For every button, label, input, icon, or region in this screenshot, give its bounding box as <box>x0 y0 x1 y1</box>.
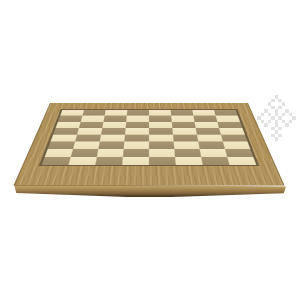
square-d4 <box>124 135 149 142</box>
square-a1 <box>42 157 71 165</box>
square-b2 <box>71 149 99 157</box>
square-d3 <box>124 142 149 149</box>
board-frame <box>13 103 284 185</box>
square-f1 <box>175 157 203 165</box>
square-a3 <box>48 142 75 149</box>
square-g2 <box>200 149 228 157</box>
square-f4 <box>173 135 198 142</box>
square-g4 <box>197 135 223 142</box>
square-a4 <box>50 135 77 142</box>
square-a2 <box>45 149 73 157</box>
square-d1 <box>122 157 149 165</box>
square-e1 <box>149 157 176 165</box>
square-b3 <box>73 142 100 149</box>
square-h2 <box>225 149 253 157</box>
square-c1 <box>95 157 123 165</box>
square-b1 <box>68 157 96 165</box>
square-c4 <box>100 135 125 142</box>
chessboard <box>50 103 248 300</box>
square-h4 <box>221 135 248 142</box>
square-b4 <box>75 135 101 142</box>
square-c2 <box>97 149 124 157</box>
square-e3 <box>149 142 174 149</box>
square-d2 <box>123 149 149 157</box>
square-e2 <box>149 149 175 157</box>
board-squares <box>39 109 260 166</box>
square-h3 <box>223 142 250 149</box>
square-f3 <box>174 142 200 149</box>
square-e4 <box>149 135 174 142</box>
square-g3 <box>198 142 225 149</box>
square-g1 <box>201 157 229 165</box>
square-h1 <box>227 157 256 165</box>
square-f2 <box>174 149 201 157</box>
scene <box>0 0 300 300</box>
square-c3 <box>98 142 124 149</box>
watermark-logo <box>257 95 296 141</box>
